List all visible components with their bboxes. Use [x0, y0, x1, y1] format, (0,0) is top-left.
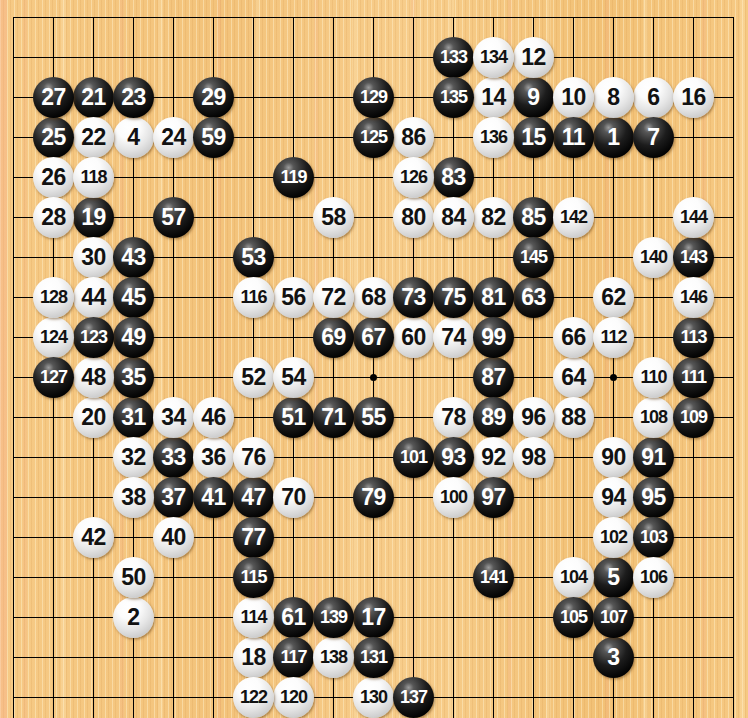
- move-number: 86: [401, 126, 426, 150]
- move-number: 78: [441, 406, 466, 430]
- stone-109[interactable]: 109: [673, 397, 714, 438]
- move-number: 2: [127, 606, 139, 630]
- move-number: 113: [680, 328, 706, 347]
- move-number: 48: [81, 366, 106, 390]
- stone-35[interactable]: 35: [113, 357, 154, 398]
- stone-84[interactable]: 84: [433, 197, 474, 238]
- stone-4[interactable]: 4: [113, 117, 154, 158]
- move-number: 100: [440, 488, 467, 507]
- move-number: 123: [80, 328, 107, 347]
- move-number: 131: [360, 648, 387, 667]
- stone-97[interactable]: 97: [473, 477, 514, 518]
- stone-55[interactable]: 55: [353, 397, 394, 438]
- move-number: 140: [640, 248, 667, 267]
- move-number: 21: [81, 86, 106, 110]
- stone-33[interactable]: 33: [153, 437, 194, 478]
- stone-24[interactable]: 24: [153, 117, 194, 158]
- stone-128[interactable]: 128: [33, 277, 74, 318]
- stone-141[interactable]: 141: [473, 557, 514, 598]
- move-number: 68: [361, 286, 386, 310]
- stone-14[interactable]: 14: [473, 77, 514, 118]
- grid-line-vertical: [733, 17, 735, 718]
- move-number: 115: [240, 568, 266, 587]
- move-number: 34: [161, 406, 186, 430]
- stone-129[interactable]: 129: [353, 77, 394, 118]
- move-number: 82: [481, 206, 506, 230]
- move-number: 133: [440, 48, 467, 67]
- stone-8[interactable]: 8: [593, 77, 634, 118]
- move-number: 17: [361, 606, 386, 630]
- stone-106[interactable]: 106: [633, 557, 674, 598]
- stone-105[interactable]: 105: [553, 597, 594, 638]
- stone-74[interactable]: 74: [433, 317, 474, 358]
- move-number: 62: [601, 286, 626, 310]
- stone-124[interactable]: 124: [33, 317, 74, 358]
- move-number: 79: [361, 486, 386, 510]
- stone-5[interactable]: 5: [593, 557, 634, 598]
- move-number: 63: [521, 286, 546, 310]
- move-number: 122: [240, 688, 267, 707]
- stone-69[interactable]: 69: [313, 317, 354, 358]
- move-number: 36: [201, 446, 226, 470]
- move-number: 5: [607, 566, 619, 590]
- move-number: 130: [360, 688, 387, 707]
- stone-115[interactable]: 115: [233, 557, 274, 598]
- move-number: 107: [600, 608, 627, 627]
- stone-111[interactable]: 111: [673, 357, 714, 398]
- move-number: 11: [562, 126, 585, 150]
- move-number: 23: [121, 86, 146, 110]
- move-number: 85: [521, 206, 546, 230]
- move-number: 32: [121, 446, 146, 470]
- stone-125[interactable]: 125: [353, 117, 394, 158]
- stone-25[interactable]: 25: [33, 117, 74, 158]
- move-number: 31: [121, 406, 146, 430]
- stone-135[interactable]: 135: [433, 77, 474, 118]
- stone-83[interactable]: 83: [433, 157, 474, 198]
- move-number: 110: [640, 368, 666, 387]
- move-number: 42: [81, 526, 106, 550]
- move-number: 89: [481, 406, 506, 430]
- move-number: 137: [400, 688, 427, 707]
- move-number: 74: [441, 326, 466, 350]
- move-number: 75: [441, 286, 466, 310]
- stone-27[interactable]: 27: [33, 77, 74, 118]
- stone-21[interactable]: 21: [73, 77, 114, 118]
- stone-18[interactable]: 18: [233, 637, 274, 678]
- stone-30[interactable]: 30: [73, 237, 114, 278]
- move-number: 45: [121, 286, 146, 310]
- stone-3[interactable]: 3: [593, 637, 634, 678]
- move-number: 128: [40, 288, 67, 307]
- move-number: 15: [521, 126, 546, 150]
- stone-40[interactable]: 40: [153, 517, 194, 558]
- stone-63[interactable]: 63: [513, 277, 554, 318]
- move-number: 49: [121, 326, 146, 350]
- stone-108[interactable]: 108: [633, 397, 674, 438]
- move-number: 119: [280, 168, 306, 187]
- stone-64[interactable]: 64: [553, 357, 594, 398]
- move-number: 90: [601, 446, 626, 470]
- stone-16[interactable]: 16: [673, 77, 714, 118]
- move-number: 114: [240, 608, 266, 627]
- move-number: 87: [481, 366, 506, 390]
- stone-122[interactable]: 122: [233, 677, 274, 718]
- stone-133[interactable]: 133: [433, 37, 474, 78]
- stone-58[interactable]: 58: [313, 197, 354, 238]
- move-number: 81: [481, 286, 506, 310]
- move-number: 135: [440, 88, 467, 107]
- stone-120[interactable]: 120: [273, 677, 314, 718]
- stone-19[interactable]: 19: [73, 197, 114, 238]
- move-number: 118: [80, 168, 106, 187]
- stone-1[interactable]: 1: [593, 117, 634, 158]
- stone-75[interactable]: 75: [433, 277, 474, 318]
- move-number: 136: [480, 128, 507, 147]
- stone-89[interactable]: 89: [473, 397, 514, 438]
- stone-116[interactable]: 116: [233, 277, 274, 318]
- stone-44[interactable]: 44: [73, 277, 114, 318]
- move-number: 58: [321, 206, 346, 230]
- move-number: 80: [401, 206, 426, 230]
- move-number: 129: [360, 88, 387, 107]
- stone-90[interactable]: 90: [593, 437, 634, 478]
- move-number: 30: [81, 246, 106, 270]
- stone-49[interactable]: 49: [113, 317, 154, 358]
- move-number: 125: [360, 128, 387, 147]
- stone-26[interactable]: 26: [33, 157, 74, 198]
- stone-102[interactable]: 102: [593, 517, 634, 558]
- move-number: 83: [441, 166, 466, 190]
- move-number: 96: [521, 406, 546, 430]
- move-number: 99: [481, 326, 506, 350]
- move-number: 61: [281, 606, 306, 630]
- move-number: 64: [561, 366, 586, 390]
- move-number: 77: [241, 526, 266, 550]
- stone-96[interactable]: 96: [513, 397, 554, 438]
- stone-61[interactable]: 61: [273, 597, 314, 638]
- move-number: 53: [241, 246, 266, 270]
- stone-110[interactable]: 110: [633, 357, 674, 398]
- move-number: 70: [281, 486, 306, 510]
- move-number: 55: [361, 406, 386, 430]
- star-point: [610, 374, 617, 381]
- stone-28[interactable]: 28: [33, 197, 74, 238]
- stone-59[interactable]: 59: [193, 117, 234, 158]
- stone-82[interactable]: 82: [473, 197, 514, 238]
- stone-11[interactable]: 11: [553, 117, 594, 158]
- stone-114[interactable]: 114: [233, 597, 274, 638]
- stone-107[interactable]: 107: [593, 597, 634, 638]
- stone-103[interactable]: 103: [633, 517, 674, 558]
- stone-2[interactable]: 2: [113, 597, 154, 638]
- stone-137[interactable]: 137: [393, 677, 434, 718]
- move-number: 105: [560, 608, 587, 627]
- stone-130[interactable]: 130: [353, 677, 394, 718]
- stone-45[interactable]: 45: [113, 277, 154, 318]
- move-number: 101: [400, 448, 427, 467]
- move-number: 84: [441, 206, 466, 230]
- stone-12[interactable]: 12: [513, 37, 554, 78]
- stone-101[interactable]: 101: [393, 437, 434, 478]
- move-number: 145: [520, 248, 547, 267]
- move-number: 3: [607, 646, 619, 670]
- move-number: 43: [121, 246, 146, 270]
- stone-144[interactable]: 144: [673, 197, 714, 238]
- move-number: 134: [480, 48, 507, 67]
- stone-15[interactable]: 15: [513, 117, 554, 158]
- move-number: 26: [41, 166, 66, 190]
- move-number: 28: [41, 206, 66, 230]
- stone-51[interactable]: 51: [273, 397, 314, 438]
- move-number: 143: [680, 248, 707, 267]
- move-number: 95: [641, 486, 666, 510]
- stone-36[interactable]: 36: [193, 437, 234, 478]
- move-number: 102: [600, 528, 627, 547]
- move-number: 18: [241, 646, 266, 670]
- move-number: 91: [641, 446, 666, 470]
- move-number: 94: [601, 486, 626, 510]
- move-number: 29: [201, 86, 226, 110]
- move-number: 73: [401, 286, 426, 310]
- move-number: 19: [81, 206, 106, 230]
- stone-98[interactable]: 98: [513, 437, 554, 478]
- move-number: 7: [647, 126, 659, 150]
- stone-31[interactable]: 31: [113, 397, 154, 438]
- move-number: 104: [560, 568, 587, 587]
- stone-38[interactable]: 38: [113, 477, 154, 518]
- stone-123[interactable]: 123: [73, 317, 114, 358]
- move-number: 112: [600, 328, 626, 347]
- stone-145[interactable]: 145: [513, 237, 554, 278]
- go-board[interactable]: 1234567891011121415161718192021222324252…: [0, 0, 748, 718]
- move-number: 103: [640, 528, 667, 547]
- move-number: 141: [480, 568, 507, 587]
- move-number: 126: [400, 168, 427, 187]
- stone-29[interactable]: 29: [193, 77, 234, 118]
- stone-134[interactable]: 134: [473, 37, 514, 78]
- stone-80[interactable]: 80: [393, 197, 434, 238]
- stone-23[interactable]: 23: [113, 77, 154, 118]
- move-number: 138: [320, 648, 347, 667]
- move-number: 60: [401, 326, 426, 350]
- stone-32[interactable]: 32: [113, 437, 154, 478]
- stone-113[interactable]: 113: [673, 317, 714, 358]
- stone-143[interactable]: 143: [673, 237, 714, 278]
- move-number: 51: [281, 406, 306, 430]
- stone-100[interactable]: 100: [433, 477, 474, 518]
- stone-34[interactable]: 34: [153, 397, 194, 438]
- stone-140[interactable]: 140: [633, 237, 674, 278]
- move-number: 25: [41, 126, 66, 150]
- stone-86[interactable]: 86: [393, 117, 434, 158]
- move-number: 10: [561, 86, 586, 110]
- move-number: 93: [441, 446, 466, 470]
- move-number: 88: [561, 406, 586, 430]
- move-number: 54: [281, 366, 306, 390]
- move-number: 1: [607, 126, 619, 150]
- stone-47[interactable]: 47: [233, 477, 274, 518]
- grid-line-vertical: [453, 17, 455, 718]
- stone-54[interactable]: 54: [273, 357, 314, 398]
- stone-67[interactable]: 67: [353, 317, 394, 358]
- move-number: 33: [161, 446, 186, 470]
- move-number: 108: [640, 408, 667, 427]
- stone-10[interactable]: 10: [553, 77, 594, 118]
- stone-37[interactable]: 37: [153, 477, 194, 518]
- move-number: 120: [280, 688, 307, 707]
- stone-94[interactable]: 94: [593, 477, 634, 518]
- stone-127[interactable]: 127: [33, 357, 74, 398]
- move-number: 9: [527, 86, 539, 110]
- stone-88[interactable]: 88: [553, 397, 594, 438]
- move-number: 12: [521, 46, 546, 70]
- stone-92[interactable]: 92: [473, 437, 514, 478]
- move-number: 50: [121, 566, 146, 590]
- move-number: 116: [240, 288, 266, 307]
- move-number: 35: [121, 366, 146, 390]
- stone-50[interactable]: 50: [113, 557, 154, 598]
- move-number: 52: [241, 366, 266, 390]
- move-number: 8: [607, 86, 619, 110]
- stone-20[interactable]: 20: [73, 397, 114, 438]
- stone-104[interactable]: 104: [553, 557, 594, 598]
- stone-95[interactable]: 95: [633, 477, 674, 518]
- move-number: 146: [680, 288, 707, 307]
- grid-line-vertical: [13, 17, 15, 718]
- move-number: 144: [680, 208, 707, 227]
- stone-136[interactable]: 136: [473, 117, 514, 158]
- stone-131[interactable]: 131: [353, 637, 394, 678]
- move-number: 27: [41, 86, 66, 110]
- stone-76[interactable]: 76: [233, 437, 274, 478]
- stone-43[interactable]: 43: [113, 237, 154, 278]
- stone-77[interactable]: 77: [233, 517, 274, 558]
- move-number: 139: [320, 608, 347, 627]
- move-number: 106: [640, 568, 667, 587]
- move-number: 40: [161, 526, 186, 550]
- stone-112[interactable]: 112: [593, 317, 634, 358]
- stone-56[interactable]: 56: [273, 277, 314, 318]
- move-number: 38: [121, 486, 146, 510]
- move-number: 117: [280, 648, 306, 667]
- stone-60[interactable]: 60: [393, 317, 434, 358]
- move-number: 109: [680, 408, 707, 427]
- move-number: 46: [201, 406, 226, 430]
- move-number: 57: [161, 206, 186, 230]
- stone-87[interactable]: 87: [473, 357, 514, 398]
- stone-99[interactable]: 99: [473, 317, 514, 358]
- move-number: 127: [40, 368, 67, 387]
- stone-93[interactable]: 93: [433, 437, 474, 478]
- stone-139[interactable]: 139: [313, 597, 354, 638]
- stone-146[interactable]: 146: [673, 277, 714, 318]
- move-number: 71: [321, 406, 346, 430]
- move-number: 142: [560, 208, 587, 227]
- stone-66[interactable]: 66: [553, 317, 594, 358]
- move-number: 37: [161, 486, 186, 510]
- move-number: 111: [681, 368, 706, 387]
- move-number: 69: [321, 326, 346, 350]
- move-number: 56: [281, 286, 306, 310]
- move-number: 98: [521, 446, 546, 470]
- move-number: 59: [201, 126, 226, 150]
- move-number: 44: [81, 286, 106, 310]
- stone-7[interactable]: 7: [633, 117, 674, 158]
- stone-46[interactable]: 46: [193, 397, 234, 438]
- stone-79[interactable]: 79: [353, 477, 394, 518]
- stone-41[interactable]: 41: [193, 477, 234, 518]
- move-number: 97: [481, 486, 506, 510]
- stone-9[interactable]: 9: [513, 77, 554, 118]
- stone-62[interactable]: 62: [593, 277, 634, 318]
- move-number: 14: [481, 86, 506, 110]
- stone-138[interactable]: 138: [313, 637, 354, 678]
- move-number: 16: [681, 86, 706, 110]
- stone-48[interactable]: 48: [73, 357, 114, 398]
- stone-73[interactable]: 73: [393, 277, 434, 318]
- stone-118[interactable]: 118: [73, 157, 114, 198]
- move-number: 67: [361, 326, 386, 350]
- stone-78[interactable]: 78: [433, 397, 474, 438]
- stone-119[interactable]: 119: [273, 157, 314, 198]
- move-number: 20: [81, 406, 106, 430]
- stone-68[interactable]: 68: [353, 277, 394, 318]
- move-number: 66: [561, 326, 586, 350]
- move-number: 124: [40, 328, 67, 347]
- stone-71[interactable]: 71: [313, 397, 354, 438]
- stone-91[interactable]: 91: [633, 437, 674, 478]
- star-point: [370, 374, 377, 381]
- stone-85[interactable]: 85: [513, 197, 554, 238]
- move-number: 6: [647, 86, 659, 110]
- stone-22[interactable]: 22: [73, 117, 114, 158]
- move-number: 76: [241, 446, 266, 470]
- move-number: 72: [321, 286, 346, 310]
- move-number: 92: [481, 446, 506, 470]
- stone-53[interactable]: 53: [233, 237, 274, 278]
- move-number: 24: [161, 126, 186, 150]
- move-number: 41: [201, 486, 226, 510]
- stone-6[interactable]: 6: [633, 77, 674, 118]
- move-number: 22: [81, 126, 106, 150]
- stone-52[interactable]: 52: [233, 357, 274, 398]
- stone-117[interactable]: 117: [273, 637, 314, 678]
- stone-142[interactable]: 142: [553, 197, 594, 238]
- move-number: 4: [127, 126, 139, 150]
- stone-126[interactable]: 126: [393, 157, 434, 198]
- stone-57[interactable]: 57: [153, 197, 194, 238]
- stone-81[interactable]: 81: [473, 277, 514, 318]
- stone-70[interactable]: 70: [273, 477, 314, 518]
- move-number: 47: [241, 486, 266, 510]
- stone-42[interactable]: 42: [73, 517, 114, 558]
- stone-72[interactable]: 72: [313, 277, 354, 318]
- stone-17[interactable]: 17: [353, 597, 394, 638]
